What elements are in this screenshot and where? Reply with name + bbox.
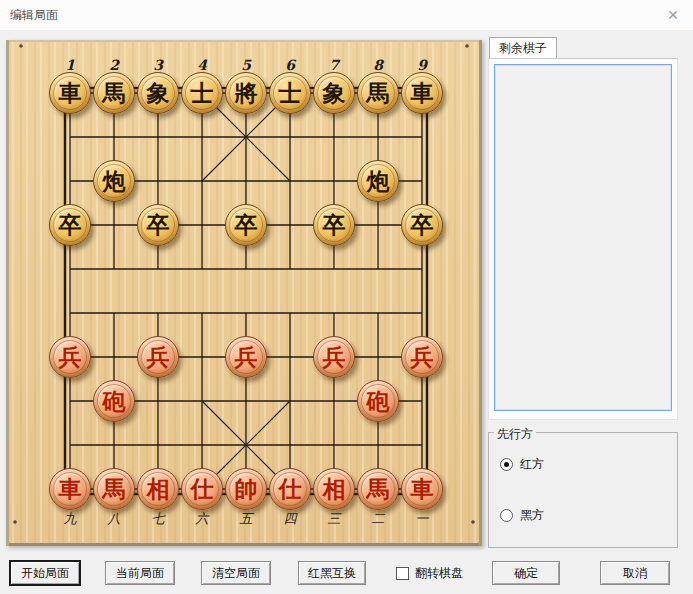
swap-red-black-label: 红黑互换 [308, 565, 356, 582]
piece-black-車-r0c0[interactable]: 車 [49, 72, 91, 114]
file-label-bottom-2: 八 [108, 510, 121, 528]
piece-red-砲-r7c1[interactable]: 砲 [93, 380, 135, 422]
flip-board-checkbox[interactable] [396, 567, 409, 580]
piece-black-車-r0c8[interactable]: 車 [401, 72, 443, 114]
radio-black-side[interactable]: 黑方 [500, 507, 544, 524]
file-label-bottom-3: 七 [152, 510, 165, 528]
file-label-top-6: 6 [285, 57, 295, 73]
swap-red-black-button[interactable]: 红黑互换 [298, 561, 366, 585]
file-label-top-9: 9 [417, 57, 427, 73]
tab-remaining-pieces-label: 剩余棋子 [499, 40, 547, 57]
start-position-label: 开始局面 [21, 565, 69, 582]
board[interactable]: 車馬象士將士象馬車炮炮卒卒卒卒卒兵兵兵兵兵砲砲車馬相仕帥仕相馬車12345678… [6, 40, 482, 546]
piece-black-士-r0c3[interactable]: 士 [181, 72, 223, 114]
clear-position-button[interactable]: 清空局面 [201, 561, 271, 585]
piece-black-炮-r2c7[interactable]: 炮 [357, 160, 399, 202]
piece-black-卒-r3c8[interactable]: 卒 [401, 204, 443, 246]
file-label-top-3: 3 [153, 57, 163, 73]
close-icon: × [668, 6, 679, 24]
current-position-button[interactable]: 当前局面 [105, 561, 175, 585]
piece-red-兵-r6c8[interactable]: 兵 [401, 336, 443, 378]
file-label-bottom-1: 九 [64, 510, 77, 528]
piece-red-仕-r9c3[interactable]: 仕 [181, 468, 223, 510]
dialog-title: 编辑局面 [10, 7, 58, 24]
file-label-bottom-7: 三 [328, 510, 341, 528]
piece-black-卒-r3c2[interactable]: 卒 [137, 204, 179, 246]
file-label-bottom-8: 二 [372, 510, 385, 528]
file-label-top-4: 4 [197, 57, 207, 73]
piece-red-車-r9c8[interactable]: 車 [401, 468, 443, 510]
piece-red-車-r9c0[interactable]: 車 [49, 468, 91, 510]
file-label-bottom-6: 四 [284, 510, 297, 528]
piece-black-將-r0c4[interactable]: 將 [225, 72, 267, 114]
piece-black-卒-r3c6[interactable]: 卒 [313, 204, 355, 246]
radio-red-icon[interactable] [500, 458, 513, 471]
piece-red-相-r9c6[interactable]: 相 [313, 468, 355, 510]
piece-black-馬-r0c1[interactable]: 馬 [93, 72, 135, 114]
file-label-bottom-5: 五 [240, 510, 253, 528]
piece-red-兵-r6c4[interactable]: 兵 [225, 336, 267, 378]
ok-button[interactable]: 确定 [492, 561, 560, 585]
radio-black-icon[interactable] [500, 509, 513, 522]
edit-position-dialog: 编辑局面 × [0, 0, 693, 594]
radio-black-label: 黑方 [520, 507, 544, 524]
piece-black-卒-r3c4[interactable]: 卒 [225, 204, 267, 246]
piece-red-兵-r6c2[interactable]: 兵 [137, 336, 179, 378]
piece-red-帥-r9c4[interactable]: 帥 [225, 468, 267, 510]
ok-label: 确定 [514, 565, 538, 582]
piece-black-卒-r3c0[interactable]: 卒 [49, 204, 91, 246]
file-label-bottom-9: 一 [416, 510, 429, 528]
piece-red-仕-r9c5[interactable]: 仕 [269, 468, 311, 510]
piece-red-兵-r6c6[interactable]: 兵 [313, 336, 355, 378]
title-bar: 编辑局面 × [0, 0, 693, 30]
piece-red-兵-r6c0[interactable]: 兵 [49, 336, 91, 378]
piece-black-士-r0c5[interactable]: 士 [269, 72, 311, 114]
cancel-button[interactable]: 取消 [600, 561, 670, 585]
piece-red-馬-r9c7[interactable]: 馬 [357, 468, 399, 510]
file-label-top-2: 2 [109, 57, 119, 73]
piece-black-象-r0c2[interactable]: 象 [137, 72, 179, 114]
clear-position-label: 清空局面 [212, 565, 260, 582]
piece-red-馬-r9c1[interactable]: 馬 [93, 468, 135, 510]
file-label-top-7: 7 [329, 57, 339, 73]
start-position-button[interactable]: 开始局面 [10, 561, 80, 585]
piece-red-砲-r7c7[interactable]: 砲 [357, 380, 399, 422]
piece-black-馬-r0c7[interactable]: 馬 [357, 72, 399, 114]
file-label-top-5: 5 [241, 57, 251, 73]
piece-red-相-r9c2[interactable]: 相 [137, 468, 179, 510]
radio-red-label: 红方 [520, 456, 544, 473]
cancel-label: 取消 [623, 565, 647, 582]
file-label-top-1: 1 [65, 57, 75, 73]
flip-board-label-text: 翻转棋盘 [415, 565, 463, 582]
close-button[interactable]: × [657, 1, 689, 28]
first-move-groupbox [488, 432, 678, 548]
file-label-top-8: 8 [373, 57, 383, 73]
file-label-bottom-4: 六 [196, 510, 209, 528]
radio-red-side[interactable]: 红方 [500, 456, 544, 473]
tab-remaining-pieces[interactable]: 剩余棋子 [489, 37, 557, 59]
current-position-label: 当前局面 [116, 565, 164, 582]
first-move-group-label: 先行方 [494, 426, 536, 443]
flip-board-label: 翻转棋盘 [415, 561, 463, 585]
piece-black-象-r0c6[interactable]: 象 [313, 72, 355, 114]
remaining-pieces-list[interactable] [494, 64, 672, 411]
piece-black-炮-r2c1[interactable]: 炮 [93, 160, 135, 202]
